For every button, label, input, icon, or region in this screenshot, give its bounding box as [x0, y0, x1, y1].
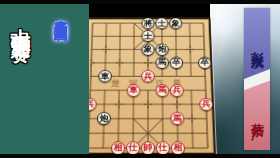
piece-black-將[interactable]: 將: [142, 17, 155, 29]
piece-black-象[interactable]: 象: [141, 43, 154, 55]
player-name-banner: 彭永淇 蔡佑广: [244, 8, 270, 150]
piece-black-士[interactable]: 士: [155, 17, 168, 29]
player-bottom-banner: 蔡佑广: [244, 80, 270, 150]
left-title-panel: 十强争霸赛 布局大亏遭全局压制: [0, 0, 89, 158]
piece-glyph: 仕: [129, 143, 138, 152]
piece-glyph: 將: [144, 19, 152, 27]
letterbox-bar-bottom: [0, 154, 280, 158]
piece-red-帥[interactable]: 帥: [141, 141, 155, 155]
piece-glyph: 炮: [158, 45, 167, 53]
piece-black-卒[interactable]: 卒: [170, 57, 183, 69]
piece-glyph: 馬: [158, 86, 167, 94]
piece-red-兵[interactable]: 兵: [170, 84, 184, 97]
piece-red-仕[interactable]: 仕: [126, 141, 140, 155]
episode-title: 布局大亏遭全局压制: [52, 9, 70, 18]
piece-glyph: 相: [114, 143, 123, 152]
player-top-banner: 彭永淇: [244, 8, 270, 79]
piece-glyph: 士: [158, 19, 166, 27]
piece-glyph: 炮: [99, 114, 108, 122]
piece-glyph: 象: [171, 19, 179, 27]
player-bottom-name: 蔡佑广: [248, 112, 266, 118]
thumbnail-stage: 楚河 汉界 將士象士象炮馬卒卒車炮兵車馬兵兵兵馬相仕帥仕相 十强争霸赛 布局大亏…: [0, 0, 280, 158]
player-top-name: 彭永淇: [248, 41, 266, 47]
piece-glyph: 馬: [158, 58, 167, 66]
piece-red-車[interactable]: 車: [127, 84, 141, 97]
piece-glyph: 兵: [144, 72, 153, 80]
piece-red-相[interactable]: 相: [171, 141, 185, 155]
piece-glyph: 卒: [200, 58, 209, 66]
piece-glyph: 象: [144, 45, 152, 53]
event-title: 十强争霸赛: [8, 13, 35, 28]
piece-black-象[interactable]: 象: [169, 17, 182, 29]
piece-glyph: 士: [144, 32, 152, 40]
piece-glyph: 相: [173, 143, 182, 152]
letterbox-bar-top: [0, 0, 280, 4]
piece-glyph: 車: [101, 72, 110, 80]
piece-glyph: 兵: [172, 86, 181, 94]
piece-red-兵[interactable]: 兵: [199, 98, 213, 111]
piece-glyph: 卒: [172, 58, 181, 66]
piece-red-馬[interactable]: 馬: [156, 84, 170, 97]
piece-black-卒[interactable]: 卒: [198, 57, 212, 69]
piece-glyph: 仕: [158, 143, 167, 152]
piece-red-相[interactable]: 相: [111, 141, 125, 155]
piece-glyph: 車: [129, 86, 138, 94]
piece-black-炮[interactable]: 炮: [155, 43, 168, 55]
piece-black-馬[interactable]: 馬: [156, 57, 169, 69]
piece-red-仕[interactable]: 仕: [156, 141, 170, 155]
piece-glyph: 兵: [202, 100, 211, 108]
piece-glyph: 馬: [173, 114, 182, 122]
xiangqi-board[interactable]: 楚河 汉界 將士象士象炮馬卒卒車炮兵車馬兵兵兵馬相仕帥仕相: [80, 17, 216, 155]
piece-glyph: 帥: [144, 143, 153, 152]
